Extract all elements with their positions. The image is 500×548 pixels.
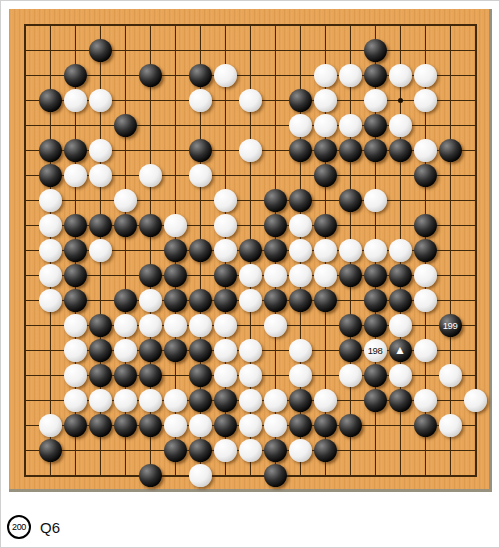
stone-white: [339, 364, 362, 387]
stone-white: [289, 264, 312, 287]
stone-white: [39, 214, 62, 237]
stone-black: [289, 89, 312, 112]
stone-black: [189, 439, 212, 462]
stone-white: [114, 189, 137, 212]
stone-white: [64, 89, 87, 112]
stone-white: [314, 239, 337, 262]
stone-black: [89, 339, 112, 362]
stone-white: [414, 89, 437, 112]
move-200-stone-icon: 200: [7, 515, 31, 539]
stone-black: [339, 314, 362, 337]
stone-black: [139, 464, 162, 487]
stone-black: [114, 114, 137, 137]
stone-white: [64, 389, 87, 412]
stone-black: [339, 139, 362, 162]
stone-black: [189, 364, 212, 387]
stone-white: [414, 64, 437, 87]
stone-white: [414, 264, 437, 287]
stone-black: [264, 214, 287, 237]
stone-white: [189, 464, 212, 487]
stone-white: [164, 214, 187, 237]
stone-black: [439, 139, 462, 162]
stone-white: [364, 239, 387, 262]
stone-white: [64, 314, 87, 337]
stone-white: [264, 414, 287, 437]
stone-black: [339, 339, 362, 362]
stone-white: [414, 139, 437, 162]
stone-white: [214, 314, 237, 337]
stone-black: [39, 439, 62, 462]
stone-black: [64, 289, 87, 312]
stone-white: [264, 264, 287, 287]
stone-black: [414, 239, 437, 262]
stone-black: [364, 114, 387, 137]
stone-black: [389, 139, 412, 162]
stone-black: [389, 389, 412, 412]
stone-white: [139, 289, 162, 312]
stone-white: [39, 289, 62, 312]
stone-black: [364, 39, 387, 62]
stone-black: [189, 64, 212, 87]
stone-white: [164, 389, 187, 412]
stone-white: [89, 89, 112, 112]
stone-black: [314, 139, 337, 162]
stone-white: [214, 189, 237, 212]
stone-white: [464, 389, 487, 412]
stone-white: [114, 314, 137, 337]
stone-white: [364, 89, 387, 112]
stone-black: [114, 289, 137, 312]
stone-white: [239, 289, 262, 312]
stone-black: [289, 414, 312, 437]
stone-white: [314, 389, 337, 412]
stone-white: [189, 164, 212, 187]
stone-white: [239, 364, 262, 387]
stone-black: [364, 139, 387, 162]
stone-white: [389, 64, 412, 87]
stone-black: [189, 389, 212, 412]
stone-black: [314, 289, 337, 312]
stone-black: [164, 289, 187, 312]
stone-black: [364, 64, 387, 87]
stone-white: [314, 89, 337, 112]
stone-black: [114, 414, 137, 437]
stone-black: [64, 239, 87, 262]
stone-black: [139, 364, 162, 387]
stone-black: [214, 264, 237, 287]
stone-black: [89, 214, 112, 237]
stone-black: [139, 339, 162, 362]
stone-black: [189, 339, 212, 362]
stone-white: [214, 64, 237, 87]
stone-white: [289, 114, 312, 137]
stone-white: [314, 264, 337, 287]
stone-white: [289, 364, 312, 387]
stone-black: [339, 264, 362, 287]
stone-black: [289, 389, 312, 412]
stone-black: [139, 264, 162, 287]
stone-black: [239, 239, 262, 262]
stone-black: [89, 39, 112, 62]
stone-white: [239, 389, 262, 412]
stone-black: [364, 364, 387, 387]
move-number-label: 198: [364, 339, 387, 362]
stone-black: [139, 214, 162, 237]
stone-black: [364, 289, 387, 312]
stone-white: [214, 439, 237, 462]
stone-white: [314, 64, 337, 87]
stone-white: [439, 364, 462, 387]
stone-white: [289, 239, 312, 262]
stone-black: [314, 164, 337, 187]
stone-black: [39, 89, 62, 112]
stone-black: [314, 439, 337, 462]
stone-black: [289, 139, 312, 162]
stone-white: [64, 164, 87, 187]
stone-black: [389, 264, 412, 287]
stone-white: [114, 339, 137, 362]
stone-black: [364, 389, 387, 412]
stone-white: [139, 389, 162, 412]
star-point: [398, 98, 403, 103]
stone-black: [114, 214, 137, 237]
stone-black: [39, 164, 62, 187]
stone-black: ▲: [389, 339, 412, 362]
stone-white: [89, 164, 112, 187]
stone-black: [364, 264, 387, 287]
stone-black: [214, 389, 237, 412]
stone-white: [239, 414, 262, 437]
stone-white: [239, 264, 262, 287]
stone-white: [189, 414, 212, 437]
move-location-label: Q6: [40, 519, 60, 536]
stone-white: [39, 264, 62, 287]
stone-black: [339, 414, 362, 437]
stone-white: [64, 364, 87, 387]
stone-black: [289, 289, 312, 312]
stone-white: [289, 439, 312, 462]
stone-white: [164, 414, 187, 437]
stone-black: [414, 414, 437, 437]
stone-black: [64, 214, 87, 237]
stone-black: [314, 214, 337, 237]
stone-white: [39, 239, 62, 262]
stone-white: [214, 239, 237, 262]
stone-black: [139, 414, 162, 437]
stone-black: [89, 314, 112, 337]
stone-black: [89, 414, 112, 437]
stone-white: [89, 239, 112, 262]
stone-black: [64, 139, 87, 162]
stone-black: [189, 139, 212, 162]
stone-black: [64, 64, 87, 87]
stone-white: [389, 114, 412, 137]
stone-white: [89, 139, 112, 162]
goban[interactable]: 199198▲: [9, 9, 492, 492]
stone-white: [389, 364, 412, 387]
stone-black: [264, 239, 287, 262]
stone-white: [414, 289, 437, 312]
stone-white: [114, 389, 137, 412]
stone-white: [214, 214, 237, 237]
stone-black: [189, 239, 212, 262]
stone-white: [414, 339, 437, 362]
stone-black: [389, 289, 412, 312]
stone-white: [89, 389, 112, 412]
stone-black: [339, 189, 362, 212]
stone-black: [264, 289, 287, 312]
stone-white: [189, 89, 212, 112]
stone-white: [314, 114, 337, 137]
stone-white: [39, 414, 62, 437]
stone-white: [214, 364, 237, 387]
stone-white: [214, 339, 237, 362]
stone-white: [239, 139, 262, 162]
stone-black: [189, 289, 212, 312]
stone-black: [164, 264, 187, 287]
stone-black: [264, 439, 287, 462]
stone-black: [39, 139, 62, 162]
stone-white: [264, 314, 287, 337]
stone-white: [289, 339, 312, 362]
stone-black: [214, 289, 237, 312]
stone-white: [339, 114, 362, 137]
stone-black: [89, 364, 112, 387]
stone-black: 199: [439, 314, 462, 337]
stone-black: [64, 414, 87, 437]
stone-white: [364, 189, 387, 212]
stone-black: [164, 239, 187, 262]
stone-white: [339, 239, 362, 262]
stone-black: [289, 189, 312, 212]
stone-white: [389, 314, 412, 337]
triangle-mark-icon: ▲: [389, 339, 412, 362]
stone-black: [64, 264, 87, 287]
stone-white: 198: [364, 339, 387, 362]
go-diagram-page: 199198▲ 200 Q6: [0, 0, 500, 548]
stone-white: [164, 314, 187, 337]
stone-white: [339, 64, 362, 87]
stone-white: [189, 314, 212, 337]
stone-black: [164, 339, 187, 362]
stone-white: [64, 339, 87, 362]
stone-black: [264, 464, 287, 487]
stone-black: [139, 64, 162, 87]
stone-black: [314, 414, 337, 437]
stone-white: [239, 339, 262, 362]
move-caption: 200 Q6: [7, 514, 60, 540]
stone-white: [139, 314, 162, 337]
move-number-label: 199: [439, 314, 462, 337]
stone-white: [239, 439, 262, 462]
stone-black: [414, 164, 437, 187]
stone-white: [389, 239, 412, 262]
stone-black: [114, 364, 137, 387]
stone-white: [264, 389, 287, 412]
stone-white: [139, 164, 162, 187]
stone-black: [414, 214, 437, 237]
stone-white: [39, 189, 62, 212]
stone-white: [239, 89, 262, 112]
stone-black: [214, 414, 237, 437]
stone-white: [439, 414, 462, 437]
stone-black: [164, 439, 187, 462]
stone-black: [264, 189, 287, 212]
stone-white: [414, 389, 437, 412]
stone-black: [364, 314, 387, 337]
stone-white: [289, 214, 312, 237]
